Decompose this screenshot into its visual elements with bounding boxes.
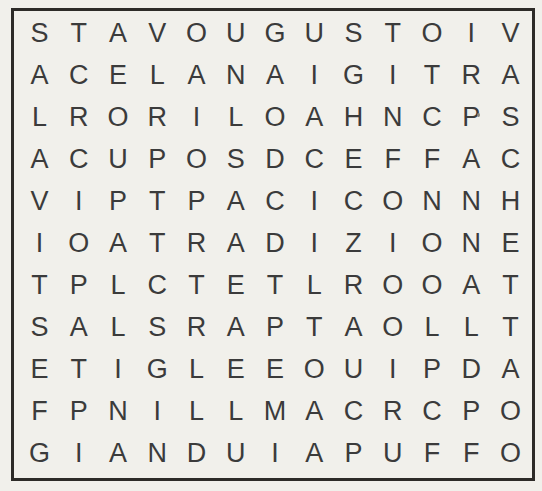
grid-cell-r11c13: O: [491, 432, 530, 474]
grid-cell-r9c9: U: [334, 348, 373, 390]
grid-cell-r1c4: V: [138, 13, 177, 55]
grid-cell-r5c9: C: [334, 181, 373, 223]
grid-cell-r5c13: H: [491, 181, 530, 223]
grid-cell-r1c7: G: [255, 13, 294, 55]
grid-cell-r9c1: E: [20, 348, 59, 390]
grid-cell-r10c9: C: [334, 390, 373, 432]
grid-cell-r4c4: P: [138, 139, 177, 181]
grid-cell-r7c3: L: [98, 264, 137, 306]
grid-cell-r11c10: U: [373, 432, 412, 474]
grid-cell-r1c8: U: [295, 13, 334, 55]
grid-cell-r5c4: T: [138, 181, 177, 223]
grid-cell-r10c7: M: [255, 390, 294, 432]
grid-cell-r11c5: D: [177, 432, 216, 474]
grid-cell-r8c10: O: [373, 306, 412, 348]
grid-cell-r3c2: R: [59, 97, 98, 139]
grid-cell-r4c1: A: [20, 139, 59, 181]
grid-cell-r8c6: A: [216, 306, 255, 348]
grid-cell-r2c10: I: [373, 55, 412, 97]
grid-cell-r7c10: O: [373, 264, 412, 306]
grid-cell-r11c1: G: [20, 432, 59, 474]
grid-cell-r9c8: O: [295, 348, 334, 390]
grid-cell-r1c5: O: [177, 13, 216, 55]
grid-cell-r4c9: E: [334, 139, 373, 181]
grid-cell-r3c5: I: [177, 97, 216, 139]
grid-cell-r1c9: S: [334, 13, 373, 55]
grid-cell-r3c9: H: [334, 97, 373, 139]
grid-cell-r11c2: I: [59, 432, 98, 474]
grid-cell-r11c6: U: [216, 432, 255, 474]
grid-cell-r1c12: I: [452, 13, 491, 55]
grid-cell-r6c8: I: [295, 223, 334, 265]
grid-cell-r4c5: O: [177, 139, 216, 181]
grid-cell-r9c11: P: [412, 348, 451, 390]
grid-cell-r1c6: U: [216, 13, 255, 55]
grid-cell-r7c2: P: [59, 264, 98, 306]
grid-cell-r8c5: R: [177, 306, 216, 348]
grid-cell-r4c2: C: [59, 139, 98, 181]
grid-cell-r7c13: T: [491, 264, 530, 306]
grid-cell-r2c1: A: [20, 55, 59, 97]
grid-cell-r2c2: C: [59, 55, 98, 97]
grid-cell-r8c12: L: [452, 306, 491, 348]
grid-cell-r6c7: D: [255, 223, 294, 265]
grid-cell-r10c3: N: [98, 390, 137, 432]
grid-cell-r2c12: R: [452, 55, 491, 97]
grid-cell-r10c13: O: [491, 390, 530, 432]
grid-cell-r8c1: S: [20, 306, 59, 348]
grid-cell-r11c11: F: [412, 432, 451, 474]
grid-cell-r5c11: N: [412, 181, 451, 223]
grid-cell-r1c10: T: [373, 13, 412, 55]
grid-cell-r11c12: F: [452, 432, 491, 474]
grid-cell-r5c1: V: [20, 181, 59, 223]
grid-cell-r1c1: S: [20, 13, 59, 55]
grid-cell-r10c4: I: [138, 390, 177, 432]
grid-cell-r5c2: I: [59, 181, 98, 223]
grid-cell-r2c11: T: [412, 55, 451, 97]
grid-cell-r10c2: P: [59, 390, 98, 432]
grid-cell-r9c10: I: [373, 348, 412, 390]
grid-cell-r8c2: A: [59, 306, 98, 348]
grid-cell-r8c8: T: [295, 306, 334, 348]
grid-cell-r11c4: N: [138, 432, 177, 474]
grid-cell-r6c9: Z: [334, 223, 373, 265]
grid-cell-r1c2: T: [59, 13, 98, 55]
grid-cell-r7c9: R: [334, 264, 373, 306]
grid-cell-r5c10: O: [373, 181, 412, 223]
grid-cell-r3c12: P: [452, 97, 491, 139]
grid-cell-r1c13: V: [491, 13, 530, 55]
grid-cell-r2c4: L: [138, 55, 177, 97]
grid-cell-r11c3: A: [98, 432, 137, 474]
grid-cell-r4c3: U: [98, 139, 137, 181]
grid-cell-r6c11: O: [412, 223, 451, 265]
grid-cell-r6c3: A: [98, 223, 137, 265]
grid-cell-r7c6: E: [216, 264, 255, 306]
grid-cell-r5c12: N: [452, 181, 491, 223]
grid-cell-r10c5: L: [177, 390, 216, 432]
grid-cell-r1c3: A: [98, 13, 137, 55]
grid-cell-r9c7: E: [255, 348, 294, 390]
grid-cell-r10c1: F: [20, 390, 59, 432]
grid-cell-r6c12: N: [452, 223, 491, 265]
grid-cell-r8c13: T: [491, 306, 530, 348]
grid-cell-r7c8: L: [295, 264, 334, 306]
grid-cell-r5c3: P: [98, 181, 137, 223]
grid-cell-r3c10: N: [373, 97, 412, 139]
grid-cell-r6c1: I: [20, 223, 59, 265]
grid-cell-r4c12: A: [452, 139, 491, 181]
grid-cell-r5c7: C: [255, 181, 294, 223]
grid-cell-r6c5: R: [177, 223, 216, 265]
grid-cell-r6c6: A: [216, 223, 255, 265]
grid-cell-r10c11: C: [412, 390, 451, 432]
grid-cell-r9c3: I: [98, 348, 137, 390]
grid-cell-r6c13: E: [491, 223, 530, 265]
grid-cell-r11c8: A: [295, 432, 334, 474]
grid-cell-r2c6: N: [216, 55, 255, 97]
grid-cell-r6c10: I: [373, 223, 412, 265]
word-search-page: { "game": "word-search", "grid": { "rows…: [0, 0, 542, 491]
grid-cell-r3c11: C: [412, 97, 451, 139]
grid-cell-r10c6: L: [216, 390, 255, 432]
grid-cell-r2c9: G: [334, 55, 373, 97]
grid-cell-r10c12: P: [452, 390, 491, 432]
grid-cell-r6c2: O: [59, 223, 98, 265]
grid-cell-r5c5: P: [177, 181, 216, 223]
grid-cell-r8c4: S: [138, 306, 177, 348]
grid-cell-r3c3: O: [98, 97, 137, 139]
grid-cell-r2c13: A: [491, 55, 530, 97]
grid-cell-r10c10: R: [373, 390, 412, 432]
grid-cell-r4c6: S: [216, 139, 255, 181]
grid-cell-r3c4: R: [138, 97, 177, 139]
grid-cell-r11c9: P: [334, 432, 373, 474]
grid-cell-r7c4: C: [138, 264, 177, 306]
grid-cell-r11c7: I: [255, 432, 294, 474]
grid-cell-r8c9: A: [334, 306, 373, 348]
grid-cell-r7c11: O: [412, 264, 451, 306]
grid-cell-r7c1: T: [20, 264, 59, 306]
scan-speck: [477, 113, 480, 117]
grid-cell-r9c4: G: [138, 348, 177, 390]
grid-cell-r4c13: C: [491, 139, 530, 181]
grid-cell-r9c5: L: [177, 348, 216, 390]
grid-cell-r4c7: D: [255, 139, 294, 181]
grid-cell-r5c6: A: [216, 181, 255, 223]
letter-grid: STAVOUGUSTOIVACELANAIGITRALRORILOAHNCPSA…: [14, 11, 532, 478]
grid-cell-r2c3: E: [98, 55, 137, 97]
grid-cell-r1c11: O: [412, 13, 451, 55]
grid-cell-r4c11: F: [412, 139, 451, 181]
grid-cell-r2c8: I: [295, 55, 334, 97]
grid-cell-r7c12: A: [452, 264, 491, 306]
grid-cell-r4c8: C: [295, 139, 334, 181]
grid-cell-r8c7: P: [255, 306, 294, 348]
grid-cell-r3c8: A: [295, 97, 334, 139]
grid-cell-r3c7: O: [255, 97, 294, 139]
grid-cell-r4c10: F: [373, 139, 412, 181]
grid-cell-r7c5: T: [177, 264, 216, 306]
grid-cell-r5c8: I: [295, 181, 334, 223]
grid-cell-r8c3: L: [98, 306, 137, 348]
grid-cell-r2c7: A: [255, 55, 294, 97]
grid-cell-r8c11: L: [412, 306, 451, 348]
grid-cell-r9c13: A: [491, 348, 530, 390]
grid-cell-r9c12: D: [452, 348, 491, 390]
grid-cell-r3c1: L: [20, 97, 59, 139]
grid-cell-r3c6: L: [216, 97, 255, 139]
grid-cell-r9c2: T: [59, 348, 98, 390]
grid-cell-r6c4: T: [138, 223, 177, 265]
grid-cell-r10c8: A: [295, 390, 334, 432]
word-search-board: STAVOUGUSTOIVACELANAIGITRALRORILOAHNCPSA…: [11, 8, 535, 481]
grid-cell-r3c13: S: [491, 97, 530, 139]
grid-cell-r9c6: E: [216, 348, 255, 390]
grid-cell-r2c5: A: [177, 55, 216, 97]
grid-cell-r7c7: T: [255, 264, 294, 306]
